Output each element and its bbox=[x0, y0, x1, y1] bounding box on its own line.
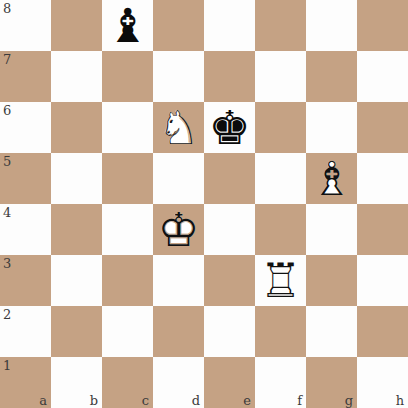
rank-label-5: 5 bbox=[3, 155, 11, 168]
square-e7[interactable] bbox=[204, 51, 255, 102]
square-f8[interactable] bbox=[255, 0, 306, 51]
piece-white-rook-f3[interactable]: ♜♖ bbox=[255, 255, 306, 306]
square-a6[interactable]: 6 bbox=[0, 102, 51, 153]
black-king-glyph: ♚ bbox=[204, 102, 255, 153]
square-b7[interactable] bbox=[51, 51, 102, 102]
square-e5[interactable] bbox=[204, 153, 255, 204]
square-h4[interactable] bbox=[357, 204, 408, 255]
square-d5[interactable] bbox=[153, 153, 204, 204]
square-b8[interactable] bbox=[51, 0, 102, 51]
square-c1[interactable]: c bbox=[102, 357, 153, 408]
square-c5[interactable] bbox=[102, 153, 153, 204]
square-e4[interactable] bbox=[204, 204, 255, 255]
square-g3[interactable] bbox=[306, 255, 357, 306]
square-d3[interactable] bbox=[153, 255, 204, 306]
square-h1[interactable]: h bbox=[357, 357, 408, 408]
square-h6[interactable] bbox=[357, 102, 408, 153]
square-h5[interactable] bbox=[357, 153, 408, 204]
square-f3[interactable]: ♜♖ bbox=[255, 255, 306, 306]
square-b3[interactable] bbox=[51, 255, 102, 306]
square-e1[interactable]: e bbox=[204, 357, 255, 408]
piece-white-knight-d6[interactable]: ♞♘ bbox=[153, 102, 204, 153]
white-bishop-glyph: ♗ bbox=[306, 153, 357, 204]
file-label-a: a bbox=[39, 394, 47, 407]
square-f7[interactable] bbox=[255, 51, 306, 102]
square-h3[interactable] bbox=[357, 255, 408, 306]
square-d1[interactable]: d bbox=[153, 357, 204, 408]
rank-label-8: 8 bbox=[3, 2, 11, 15]
square-g5[interactable]: ♝♗ bbox=[306, 153, 357, 204]
square-e8[interactable] bbox=[204, 0, 255, 51]
square-d8[interactable] bbox=[153, 0, 204, 51]
rank-label-2: 2 bbox=[3, 308, 11, 321]
square-a8[interactable]: 8 bbox=[0, 0, 51, 51]
file-label-e: e bbox=[243, 394, 251, 407]
square-h2[interactable] bbox=[357, 306, 408, 357]
white-king-glyph: ♔ bbox=[153, 204, 204, 255]
square-c7[interactable] bbox=[102, 51, 153, 102]
white-knight-glyph: ♘ bbox=[153, 102, 204, 153]
square-c2[interactable] bbox=[102, 306, 153, 357]
square-g7[interactable] bbox=[306, 51, 357, 102]
white-rook-glyph: ♖ bbox=[255, 255, 306, 306]
square-d6[interactable]: ♞♘ bbox=[153, 102, 204, 153]
square-e6[interactable]: ♚ bbox=[204, 102, 255, 153]
square-c8[interactable]: ♝ bbox=[102, 0, 153, 51]
square-g4[interactable] bbox=[306, 204, 357, 255]
rank-label-4: 4 bbox=[3, 206, 11, 219]
square-a7[interactable]: 7 bbox=[0, 51, 51, 102]
square-b1[interactable]: b bbox=[51, 357, 102, 408]
file-label-d: d bbox=[192, 394, 200, 407]
file-label-f: f bbox=[297, 394, 302, 407]
square-c4[interactable] bbox=[102, 204, 153, 255]
square-g1[interactable]: g bbox=[306, 357, 357, 408]
piece-black-king-e6[interactable]: ♚ bbox=[204, 102, 255, 153]
file-label-g: g bbox=[345, 394, 353, 407]
square-f1[interactable]: f bbox=[255, 357, 306, 408]
square-b4[interactable] bbox=[51, 204, 102, 255]
square-g2[interactable] bbox=[306, 306, 357, 357]
piece-white-king-d4[interactable]: ♚♔ bbox=[153, 204, 204, 255]
square-d4[interactable]: ♚♔ bbox=[153, 204, 204, 255]
piece-white-bishop-g5[interactable]: ♝♗ bbox=[306, 153, 357, 204]
square-a1[interactable]: 1a bbox=[0, 357, 51, 408]
file-label-h: h bbox=[396, 394, 404, 407]
square-a2[interactable]: 2 bbox=[0, 306, 51, 357]
rank-label-1: 1 bbox=[3, 359, 11, 372]
square-c6[interactable] bbox=[102, 102, 153, 153]
square-c3[interactable] bbox=[102, 255, 153, 306]
file-label-c: c bbox=[142, 394, 149, 407]
square-d2[interactable] bbox=[153, 306, 204, 357]
square-f6[interactable] bbox=[255, 102, 306, 153]
square-h7[interactable] bbox=[357, 51, 408, 102]
square-e2[interactable] bbox=[204, 306, 255, 357]
square-g8[interactable] bbox=[306, 0, 357, 51]
square-f5[interactable] bbox=[255, 153, 306, 204]
square-b6[interactable] bbox=[51, 102, 102, 153]
square-g6[interactable] bbox=[306, 102, 357, 153]
square-a4[interactable]: 4 bbox=[0, 204, 51, 255]
square-a3[interactable]: 3 bbox=[0, 255, 51, 306]
piece-black-bishop-c8[interactable]: ♝ bbox=[102, 0, 153, 51]
file-label-b: b bbox=[90, 394, 98, 407]
square-d7[interactable] bbox=[153, 51, 204, 102]
square-e3[interactable] bbox=[204, 255, 255, 306]
rank-label-7: 7 bbox=[3, 53, 11, 66]
square-b2[interactable] bbox=[51, 306, 102, 357]
black-bishop-glyph: ♝ bbox=[102, 0, 153, 51]
chess-board: 8♝76♞♘♚5♝♗4♚♔3♜♖21abcdefgh bbox=[0, 0, 408, 408]
square-f2[interactable] bbox=[255, 306, 306, 357]
square-a5[interactable]: 5 bbox=[0, 153, 51, 204]
square-h8[interactable] bbox=[357, 0, 408, 51]
rank-label-6: 6 bbox=[3, 104, 11, 117]
square-b5[interactable] bbox=[51, 153, 102, 204]
rank-label-3: 3 bbox=[3, 257, 11, 270]
square-f4[interactable] bbox=[255, 204, 306, 255]
